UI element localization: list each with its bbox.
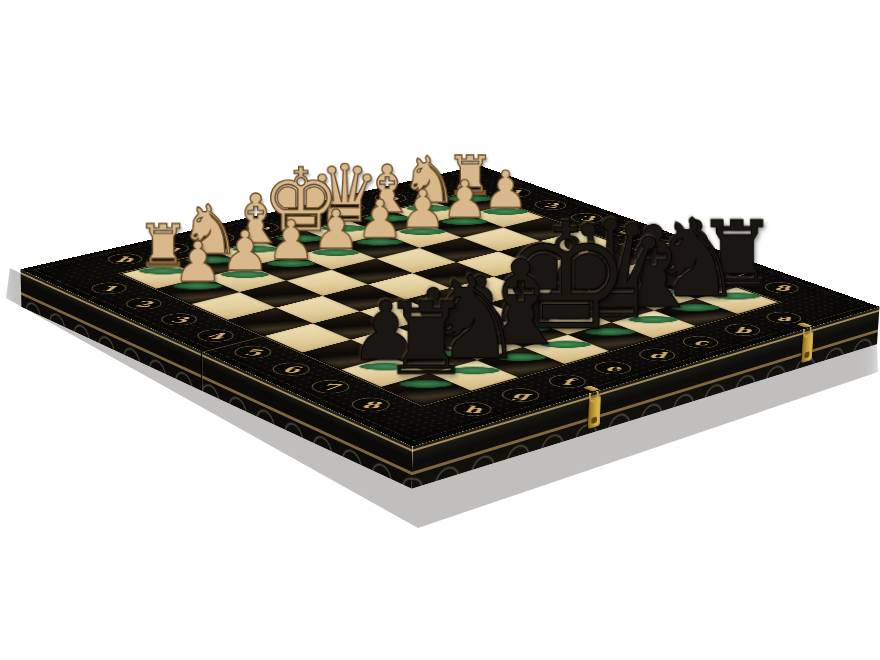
file-label-far-h: h bbox=[105, 253, 144, 265]
felt-base bbox=[540, 341, 593, 348]
rank-label-far-5: 5 bbox=[646, 239, 679, 250]
rank-label-near-4: 4 bbox=[195, 329, 236, 343]
file-label-near-c: c bbox=[683, 335, 718, 348]
rank-label-near-1: 1 bbox=[89, 282, 130, 295]
rook-glyph: ♜ bbox=[137, 218, 190, 276]
felt-base bbox=[266, 260, 316, 267]
rank-label-near-5: 5 bbox=[232, 345, 273, 359]
black-rook-a8: ♜ bbox=[677, 151, 797, 301]
felt-base bbox=[321, 225, 369, 232]
felt-base bbox=[311, 249, 360, 256]
felt-base bbox=[544, 312, 596, 319]
file-label-near-d: d bbox=[639, 348, 675, 362]
brass-clasp-2 bbox=[588, 395, 601, 429]
white-king-e1: ♚ bbox=[243, 98, 359, 243]
felt-base bbox=[356, 239, 405, 246]
felt-base bbox=[231, 246, 280, 253]
felt-base bbox=[494, 354, 548, 361]
felt-base bbox=[220, 271, 270, 278]
queen-glyph: ♛ bbox=[309, 155, 380, 233]
rank-label-far-7: 7 bbox=[724, 267, 757, 279]
chess-set-photo: ♜♟♟♜♞♟♟♞♝♟♟♝♛♟♟♛♚♟♟♚♝♟♟♝♞♟♟♞♜♟♟♜11223344… bbox=[0, 0, 880, 660]
rook-glyph: ♜ bbox=[446, 150, 495, 203]
brass-clasp-1 bbox=[801, 331, 813, 363]
felt-base bbox=[399, 380, 454, 388]
rank-label-far-1: 1 bbox=[499, 187, 532, 197]
file-label-far-b: b bbox=[373, 193, 407, 204]
pawn-glyph: ♟ bbox=[483, 166, 529, 216]
file-label-far-g: g bbox=[153, 242, 191, 254]
file-label-near-f: f bbox=[548, 374, 586, 388]
felt-base bbox=[172, 282, 223, 289]
rank-label-near-7: 7 bbox=[310, 379, 351, 394]
felt-base bbox=[399, 228, 447, 235]
bishop-glyph: ♝ bbox=[225, 187, 286, 254]
file-label-far-a: a bbox=[415, 183, 448, 193]
rank-label-far-6: 6 bbox=[685, 253, 718, 265]
white-queen-d1: ♛ bbox=[287, 89, 401, 232]
file-label-far-e: e bbox=[244, 222, 281, 233]
rank-label-far-2: 2 bbox=[534, 200, 567, 211]
felt-base bbox=[671, 278, 721, 285]
white-knight-b1: ♞ bbox=[373, 73, 485, 213]
file-label-far-c: c bbox=[331, 202, 366, 213]
file-label-near-e: e bbox=[594, 361, 631, 375]
felt-base bbox=[364, 215, 412, 222]
file-label-far-f: f bbox=[199, 232, 236, 243]
black-pawn-a7: ♟ bbox=[637, 137, 756, 285]
rank-label-far-4: 4 bbox=[608, 226, 641, 237]
file-label-near-b: b bbox=[725, 323, 760, 336]
felt-base bbox=[453, 337, 506, 344]
gold-stripe bbox=[21, 272, 413, 452]
file-label-near-g: g bbox=[501, 388, 540, 403]
felt-base bbox=[407, 350, 461, 357]
rank-label-near-3: 3 bbox=[159, 313, 200, 326]
felt-base bbox=[584, 328, 636, 335]
felt-base bbox=[587, 301, 638, 308]
felt-base bbox=[712, 293, 762, 300]
felt-base bbox=[185, 256, 235, 263]
felt-base bbox=[482, 208, 529, 215]
file-label-far-d: d bbox=[288, 212, 324, 223]
rank-label-near-8: 8 bbox=[350, 397, 391, 412]
felt-base bbox=[441, 218, 489, 225]
felt-base bbox=[630, 289, 680, 296]
file-label-near-a: a bbox=[766, 311, 801, 324]
white-bishop-f1: ♝ bbox=[198, 107, 315, 253]
white-rook-a1: ♜ bbox=[415, 65, 526, 203]
white-rook-h1: ♜ bbox=[103, 125, 223, 275]
file-label-near-h: h bbox=[453, 402, 493, 417]
felt-base bbox=[447, 195, 493, 201]
white-knight-g1: ♞ bbox=[151, 116, 270, 264]
fold-seam-side bbox=[201, 351, 204, 392]
rank-label-far-8: 8 bbox=[765, 282, 799, 294]
rank-label-near-2: 2 bbox=[123, 297, 164, 310]
felt-base bbox=[447, 367, 501, 375]
rank-label-far-3: 3 bbox=[570, 213, 603, 224]
rank-label-near-6: 6 bbox=[270, 362, 311, 376]
felt-base bbox=[670, 304, 721, 311]
felt-base bbox=[499, 324, 551, 331]
felt-base bbox=[406, 205, 453, 212]
felt-base bbox=[358, 363, 412, 371]
felt-base bbox=[138, 267, 188, 274]
white-bishop-c1: ♝ bbox=[331, 81, 444, 222]
arch-carvings bbox=[21, 282, 412, 488]
felt-base bbox=[277, 235, 326, 242]
